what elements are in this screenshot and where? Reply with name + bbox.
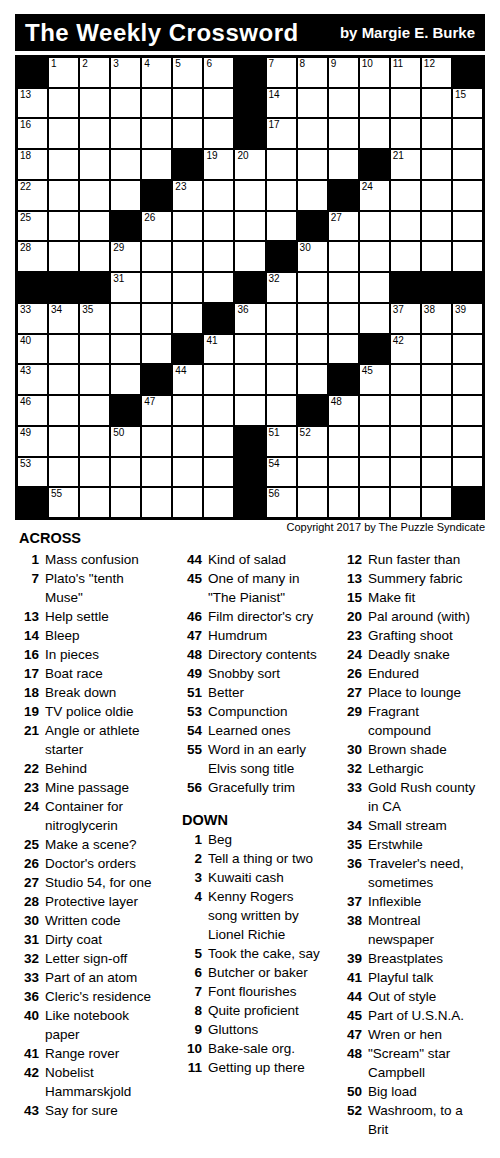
grid-cell[interactable]	[421, 487, 452, 518]
grid-cell[interactable]	[141, 487, 172, 518]
grid-cell[interactable]	[141, 118, 172, 149]
grid-cell[interactable]: 9	[328, 57, 359, 88]
clue-across-19: 19TV police oldie	[15, 702, 171, 721]
clue-down-3: 3Kuwaiti cash	[178, 868, 334, 887]
grid-cell[interactable]	[203, 211, 234, 242]
cell-number: 11	[393, 58, 403, 70]
clue-text: "Scream" star Campbell	[368, 1044, 480, 1082]
grid-cell[interactable]	[110, 180, 141, 211]
grid-cell[interactable]	[359, 241, 390, 272]
puzzle-title: The Weekly Crossword	[25, 19, 299, 47]
black-cell	[234, 57, 265, 88]
clue-text: Mass confusion	[45, 550, 157, 569]
grid-cell[interactable]	[203, 88, 234, 119]
clue-text: Like notebook paper	[45, 1006, 157, 1044]
grid-cell[interactable]	[48, 211, 79, 242]
cell-number: 25	[20, 212, 31, 224]
clue-number: 27	[338, 683, 362, 702]
grid-cell[interactable]: 25	[17, 211, 48, 242]
clue-across-14: 14Bleep	[15, 626, 171, 645]
clue-across-33: 33Part of an atom	[15, 968, 171, 987]
grid-cell[interactable]	[172, 487, 203, 518]
grid-cell[interactable]	[79, 487, 110, 518]
clue-text: Brown shade	[368, 740, 480, 759]
grid-cell[interactable]	[79, 88, 110, 119]
clue-text: Place to lounge	[368, 683, 480, 702]
grid-cell[interactable]	[452, 211, 483, 242]
grid-cell[interactable]: 51	[266, 426, 297, 457]
grid-cell[interactable]	[452, 334, 483, 365]
black-cell	[110, 395, 141, 426]
grid-cell[interactable]	[421, 149, 452, 180]
clue-text: Montreal newspaper	[368, 911, 480, 949]
grid-cell[interactable]	[172, 395, 203, 426]
grid-cell[interactable]	[48, 395, 79, 426]
grid-cell[interactable]	[421, 364, 452, 395]
clue-number: 36	[15, 987, 39, 1006]
grid-cell[interactable]: 16	[17, 118, 48, 149]
clue-number: 39	[338, 949, 362, 968]
grid-cell[interactable]: 31	[110, 272, 141, 303]
grid-cell[interactable]: 22	[17, 180, 48, 211]
grid-cell[interactable]: 15	[452, 88, 483, 119]
grid-cell[interactable]	[390, 426, 421, 457]
grid-cell[interactable]	[48, 334, 79, 365]
black-cell	[234, 457, 265, 488]
clue-down-7: 7Font flourishes	[178, 982, 334, 1001]
grid-cell[interactable]: 3	[110, 57, 141, 88]
clue-text: Kind of salad	[208, 550, 320, 569]
cell-number: 41	[206, 335, 217, 347]
clue-number: 1	[178, 830, 202, 849]
grid-cell[interactable]: 20	[234, 149, 265, 180]
cell-number: 47	[144, 396, 155, 408]
grid-cell[interactable]	[390, 487, 421, 518]
grid-cell[interactable]	[390, 211, 421, 242]
grid-cell[interactable]	[452, 149, 483, 180]
grid-cell[interactable]	[48, 88, 79, 119]
grid-cell[interactable]	[79, 364, 110, 395]
clue-across-53: 53Compunction	[178, 702, 334, 721]
grid-cell[interactable]: 39	[452, 303, 483, 334]
clue-text: Break down	[45, 683, 157, 702]
clue-number: 23	[338, 626, 362, 645]
grid-cell[interactable]	[390, 364, 421, 395]
clue-down-8: 8Quite proficient	[178, 1001, 334, 1020]
grid-cell[interactable]	[452, 426, 483, 457]
grid-cell[interactable]	[328, 118, 359, 149]
clue-down-34: 34Small stream	[338, 816, 498, 835]
grid-cell[interactable]	[203, 457, 234, 488]
grid-cell[interactable]	[421, 180, 452, 211]
clue-number: 1	[15, 550, 39, 569]
grid-cell[interactable]	[48, 457, 79, 488]
grid-cell[interactable]	[421, 457, 452, 488]
grid-cell[interactable]	[390, 457, 421, 488]
grid-cell[interactable]	[328, 303, 359, 334]
grid-cell[interactable]	[421, 395, 452, 426]
black-cell	[328, 180, 359, 211]
cell-number: 43	[20, 365, 31, 377]
grid-cell[interactable]	[141, 272, 172, 303]
grid-cell[interactable]	[79, 334, 110, 365]
grid-cell[interactable]	[172, 303, 203, 334]
cell-number: 3	[113, 58, 119, 70]
grid-cell[interactable]	[79, 241, 110, 272]
cell-number: 33	[20, 304, 31, 316]
cell-number: 5	[175, 58, 181, 70]
grid-cell[interactable]: 29	[110, 241, 141, 272]
grid-cell[interactable]: 21	[390, 149, 421, 180]
clue-down-20: 20Pal around (with)	[338, 607, 498, 626]
cell-number: 14	[269, 89, 280, 101]
grid-cell[interactable]	[452, 180, 483, 211]
clue-across-40: 40Like notebook paper	[15, 1006, 171, 1044]
clue-number: 6	[178, 963, 202, 982]
clue-number: 27	[15, 873, 39, 892]
clue-text: Snobby sort	[208, 664, 320, 683]
grid-cell[interactable]	[452, 395, 483, 426]
grid-cell[interactable]	[79, 149, 110, 180]
grid-cell[interactable]	[48, 149, 79, 180]
clue-number: 52	[338, 1101, 362, 1139]
cell-number: 7	[269, 58, 275, 70]
clue-text: Butcher or baker	[208, 963, 320, 982]
clue-number: 11	[178, 1058, 202, 1077]
clue-across-49: 49Snobby sort	[178, 664, 334, 683]
clue-down-39: 39Breastplates	[338, 949, 498, 968]
cell-number: 50	[113, 427, 124, 439]
grid-cell[interactable]	[203, 487, 234, 518]
grid-cell[interactable]	[79, 118, 110, 149]
black-cell	[203, 303, 234, 334]
grid-cell[interactable]: 43	[17, 364, 48, 395]
grid-cell[interactable]	[203, 364, 234, 395]
grid-cell[interactable]	[328, 487, 359, 518]
grid-cell[interactable]	[110, 88, 141, 119]
grid-cell[interactable]	[79, 180, 110, 211]
grid-cell[interactable]	[390, 180, 421, 211]
grid-cell[interactable]: 56	[266, 487, 297, 518]
grid-cell[interactable]	[359, 457, 390, 488]
grid-cell[interactable]: 50	[110, 426, 141, 457]
clue-number: 54	[178, 721, 202, 740]
cell-number: 54	[269, 458, 280, 470]
cell-number: 27	[331, 212, 342, 224]
black-cell	[17, 272, 48, 303]
clue-text: Washroom, to a Brit	[368, 1101, 480, 1139]
grid-cell[interactable]	[234, 241, 265, 272]
grid-cell[interactable]	[421, 241, 452, 272]
grid-cell[interactable]	[328, 241, 359, 272]
grid-cell[interactable]	[297, 149, 328, 180]
grid-cell[interactable]	[48, 426, 79, 457]
grid-cell[interactable]: 35	[79, 303, 110, 334]
grid-cell[interactable]	[266, 180, 297, 211]
grid-cell[interactable]	[297, 118, 328, 149]
grid-cell[interactable]: 8	[297, 57, 328, 88]
grid-cell[interactable]: 45	[359, 364, 390, 395]
clue-number: 18	[15, 683, 39, 702]
grid-cell[interactable]	[297, 364, 328, 395]
grid-cell[interactable]	[421, 211, 452, 242]
clue-text: Pal around (with)	[368, 607, 480, 626]
grid-cell[interactable]	[359, 426, 390, 457]
cell-number: 53	[20, 458, 31, 470]
cell-number: 31	[113, 273, 124, 285]
grid-cell[interactable]	[297, 487, 328, 518]
grid-cell[interactable]: 6	[203, 57, 234, 88]
grid-cell[interactable]	[141, 457, 172, 488]
grid-cell[interactable]	[328, 88, 359, 119]
clue-number: 32	[15, 949, 39, 968]
grid-cell[interactable]	[359, 272, 390, 303]
grid-cell[interactable]	[297, 180, 328, 211]
grid-cell[interactable]	[141, 149, 172, 180]
grid-cell[interactable]	[110, 334, 141, 365]
grid-cell[interactable]	[48, 364, 79, 395]
clue-column-3: 12Run faster than13Summery fabric15Make …	[338, 529, 498, 1139]
clue-down-37: 37Inflexible	[338, 892, 498, 911]
grid-cell[interactable]	[110, 457, 141, 488]
grid-cell[interactable]: 24	[359, 180, 390, 211]
grid-cell[interactable]: 4	[141, 57, 172, 88]
across-heading: ACROSS	[19, 529, 171, 550]
clue-number: 20	[338, 607, 362, 626]
clue-number: 17	[15, 664, 39, 683]
grid-cell[interactable]: 13	[17, 88, 48, 119]
clue-number: 2	[178, 849, 202, 868]
grid-cell[interactable]: 17	[266, 118, 297, 149]
grid-cell[interactable]	[266, 149, 297, 180]
clue-across-18: 18Break down	[15, 683, 171, 702]
grid-cell[interactable]	[203, 118, 234, 149]
grid-cell[interactable]	[203, 180, 234, 211]
grid-cell[interactable]	[110, 364, 141, 395]
grid-cell[interactable]	[172, 457, 203, 488]
grid-cell[interactable]	[141, 426, 172, 457]
clue-across-17: 17Boat race	[15, 664, 171, 683]
grid-cell[interactable]	[110, 149, 141, 180]
grid-cell[interactable]	[390, 241, 421, 272]
grid-cell[interactable]	[390, 88, 421, 119]
grid-cell[interactable]	[359, 88, 390, 119]
cell-number: 49	[20, 427, 31, 439]
grid-cell[interactable]: 47	[141, 395, 172, 426]
clue-across-28: 28Protective layer	[15, 892, 171, 911]
grid-cell[interactable]: 48	[328, 395, 359, 426]
grid-cell[interactable]	[110, 487, 141, 518]
grid-cell[interactable]	[234, 211, 265, 242]
grid-cell[interactable]	[234, 395, 265, 426]
grid-cell[interactable]	[452, 241, 483, 272]
grid-cell[interactable]: 5	[172, 57, 203, 88]
grid-cell[interactable]	[297, 334, 328, 365]
clue-number: 29	[338, 702, 362, 740]
grid-cell[interactable]	[141, 241, 172, 272]
grid-cell[interactable]	[48, 118, 79, 149]
cell-number: 2	[82, 58, 88, 70]
grid-cell[interactable]: 55	[48, 487, 79, 518]
grid-cell[interactable]: 30	[297, 241, 328, 272]
grid-cell[interactable]	[234, 364, 265, 395]
black-cell	[452, 57, 483, 88]
clue-number: 30	[15, 911, 39, 930]
grid-cell[interactable]	[266, 395, 297, 426]
grid-cell[interactable]	[266, 334, 297, 365]
clue-number: 33	[15, 968, 39, 987]
grid-cell[interactable]	[297, 303, 328, 334]
grid-cell[interactable]	[359, 118, 390, 149]
grid-cell[interactable]	[266, 303, 297, 334]
grid-cell[interactable]	[48, 180, 79, 211]
grid-cell[interactable]: 46	[17, 395, 48, 426]
clue-text: Fragrant compound	[368, 702, 480, 740]
grid-cell[interactable]: 54	[266, 457, 297, 488]
grid-cell[interactable]	[234, 180, 265, 211]
clue-number: 21	[15, 721, 39, 759]
grid-cell[interactable]: 7	[266, 57, 297, 88]
clue-down-29: 29Fragrant compound	[338, 702, 498, 740]
across-clue-list-1: 1Mass confusion7Plato's "tenth Muse"13He…	[15, 550, 171, 1120]
clue-number: 55	[178, 740, 202, 778]
grid-cell[interactable]	[172, 241, 203, 272]
grid-cell[interactable]	[359, 395, 390, 426]
grid-cell[interactable]	[328, 149, 359, 180]
clue-number: 4	[178, 887, 202, 944]
grid-cell[interactable]	[297, 88, 328, 119]
grid-cell[interactable]: 34	[48, 303, 79, 334]
grid-cell[interactable]	[141, 334, 172, 365]
grid-cell[interactable]	[297, 457, 328, 488]
grid-cell[interactable]	[421, 426, 452, 457]
grid-cell[interactable]	[203, 272, 234, 303]
grid-cell[interactable]	[390, 118, 421, 149]
grid-cell[interactable]: 19	[203, 149, 234, 180]
grid-cell[interactable]	[297, 272, 328, 303]
grid-cell[interactable]	[421, 88, 452, 119]
cell-number: 52	[300, 427, 311, 439]
grid-cell[interactable]	[390, 395, 421, 426]
clue-text: Part of U.S.N.A.	[368, 1006, 480, 1025]
grid-cell[interactable]: 23	[172, 180, 203, 211]
cell-number: 10	[362, 58, 373, 70]
grid-cell[interactable]	[328, 334, 359, 365]
grid-cell[interactable]	[172, 426, 203, 457]
clue-text: Lethargic	[368, 759, 480, 778]
grid-cell[interactable]: 11	[390, 57, 421, 88]
grid-cell[interactable]	[452, 364, 483, 395]
grid-cell[interactable]: 26	[141, 211, 172, 242]
grid-cell[interactable]	[359, 303, 390, 334]
grid-cell[interactable]	[110, 303, 141, 334]
grid-cell[interactable]: 38	[421, 303, 452, 334]
grid-cell[interactable]	[172, 272, 203, 303]
grid-cell[interactable]: 10	[359, 57, 390, 88]
grid-cell[interactable]: 1	[48, 57, 79, 88]
clue-text: Make a scene?	[45, 835, 157, 854]
grid-cell[interactable]	[452, 457, 483, 488]
grid-cell[interactable]: 41	[203, 334, 234, 365]
grid-cell[interactable]	[234, 334, 265, 365]
clue-across-41: 41Range rover	[15, 1044, 171, 1063]
grid-cell[interactable]: 40	[17, 334, 48, 365]
grid-cell[interactable]	[141, 88, 172, 119]
cell-number: 24	[362, 181, 373, 193]
grid-cell[interactable]	[328, 426, 359, 457]
clue-number: 16	[15, 645, 39, 664]
grid-cell[interactable]: 36	[234, 303, 265, 334]
grid-cell[interactable]	[79, 426, 110, 457]
grid-cell[interactable]	[452, 118, 483, 149]
grid-cell[interactable]: 2	[79, 57, 110, 88]
grid-cell[interactable]	[203, 241, 234, 272]
grid-cell[interactable]	[359, 487, 390, 518]
grid-cell[interactable]: 49	[17, 426, 48, 457]
grid-cell[interactable]	[328, 272, 359, 303]
clue-number: 13	[338, 569, 362, 588]
clue-number: 42	[15, 1063, 39, 1101]
grid-cell[interactable]	[203, 426, 234, 457]
grid-cell[interactable]: 28	[17, 241, 48, 272]
grid-cell[interactable]: 52	[297, 426, 328, 457]
grid-cell[interactable]	[421, 334, 452, 365]
grid-cell[interactable]: 14	[266, 88, 297, 119]
grid-cell[interactable]: 27	[328, 211, 359, 242]
grid-cell[interactable]	[328, 457, 359, 488]
grid-cell[interactable]	[421, 118, 452, 149]
grid-cell[interactable]	[266, 364, 297, 395]
grid-cell[interactable]: 12	[421, 57, 452, 88]
black-cell	[266, 241, 297, 272]
grid-cell[interactable]	[266, 211, 297, 242]
grid-cell[interactable]: 33	[17, 303, 48, 334]
grid-cell[interactable]	[359, 211, 390, 242]
grid-cell[interactable]	[79, 457, 110, 488]
grid-cell[interactable]	[79, 395, 110, 426]
clue-text: Traveler's need, sometimes	[368, 854, 480, 892]
clue-text: Say for sure	[45, 1101, 157, 1120]
clue-down-15: 15Make fit	[338, 588, 498, 607]
cell-number: 19	[206, 150, 217, 162]
grid-cell[interactable]: 53	[17, 457, 48, 488]
grid-cell[interactable]: 42	[390, 334, 421, 365]
grid-cell[interactable]	[203, 395, 234, 426]
grid-cell[interactable]	[172, 211, 203, 242]
clue-across-43: 43Say for sure	[15, 1101, 171, 1120]
clue-down-5: 5Took the cake, say	[178, 944, 334, 963]
grid-cell[interactable]: 32	[266, 272, 297, 303]
grid-cell[interactable]	[141, 303, 172, 334]
black-cell	[110, 211, 141, 242]
grid-cell[interactable]	[79, 211, 110, 242]
clue-number: 49	[178, 664, 202, 683]
grid-cell[interactable]	[48, 241, 79, 272]
grid-cell[interactable]	[110, 118, 141, 149]
clue-down-45: 45Part of U.S.N.A.	[338, 1006, 498, 1025]
cell-number: 37	[393, 304, 404, 316]
grid-cell[interactable]: 37	[390, 303, 421, 334]
clue-down-23: 23Grafting shoot	[338, 626, 498, 645]
grid-cell[interactable]	[172, 88, 203, 119]
clue-text: Kenny Rogers song written by Lionel Rich…	[208, 887, 320, 944]
grid-cell[interactable]: 18	[17, 149, 48, 180]
grid-cell[interactable]: 44	[172, 364, 203, 395]
grid-cell[interactable]	[172, 118, 203, 149]
clue-across-26: 26Doctor's orders	[15, 854, 171, 873]
clue-number: 56	[178, 778, 202, 797]
clue-number: 22	[15, 759, 39, 778]
